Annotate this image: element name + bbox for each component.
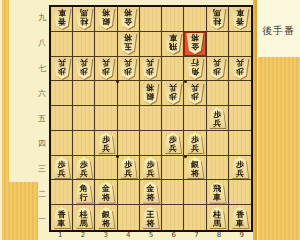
piece-face: 飛車 [164, 33, 182, 54]
board-cell-6-9[interactable] [162, 7, 184, 32]
file-label: 5 [140, 231, 163, 240]
piece-gote-ginsho[interactable]: 銀将 [97, 207, 115, 228]
board-cell-6-4[interactable]: 歩兵 [162, 131, 184, 156]
piece-gote-kinsho[interactable]: 金将 [97, 182, 115, 203]
hoshi-dot [116, 155, 119, 158]
board-cell-5-4[interactable] [140, 131, 162, 156]
rank-label: 二 [36, 182, 48, 207]
board-cell-7-7[interactable]: 角行 [184, 57, 206, 82]
rank-label: 三 [36, 156, 48, 181]
hoshi-dot [184, 80, 187, 83]
board-cell-8-6[interactable] [207, 81, 229, 106]
board-cell-7-4[interactable]: 歩兵 [184, 131, 206, 156]
board-cell-2-2[interactable]: 角行 [73, 180, 95, 205]
shogi-app: 後手番 九八七六五四三二一 123456789 香車桂馬銀将金将桂馬香車玉将飛車… [0, 0, 300, 240]
file-label: 1 [49, 231, 72, 240]
board-cell-9-4[interactable] [229, 131, 251, 156]
piece-face: 歩兵 [208, 58, 226, 79]
piece-sente-kinsho[interactable]: 金将 [119, 8, 137, 29]
file-label: 4 [117, 231, 140, 240]
board-cell-1-5[interactable] [51, 106, 73, 131]
board-cell-7-3[interactable]: 銀将 [184, 156, 206, 181]
piece-sente-fu[interactable]: 歩兵 [164, 83, 182, 104]
board-cell-4-2[interactable] [118, 180, 140, 205]
board-cell-6-3[interactable] [162, 156, 184, 181]
piece-face: 歩兵 [53, 157, 71, 178]
rank-label: 八 [36, 30, 48, 55]
piece-face: 桂馬 [208, 207, 226, 228]
rank-labels: 九八七六五四三二一 [36, 5, 48, 232]
file-label: 9 [230, 231, 253, 240]
piece-sente-hisha[interactable]: 飛車 [164, 33, 182, 54]
piece-sente-keima[interactable]: 桂馬 [208, 8, 226, 29]
board-cell-9-2[interactable] [229, 180, 251, 205]
piece-face: 桂馬 [208, 8, 226, 29]
board-cell-6-7[interactable] [162, 57, 184, 82]
rank-label: 九 [36, 5, 48, 30]
rank-label: 四 [36, 131, 48, 156]
hoshi-dot [184, 155, 187, 158]
board-cell-5-2[interactable]: 金将 [140, 180, 162, 205]
board-cell-2-6[interactable] [73, 81, 95, 106]
board-cell-5-8[interactable] [140, 32, 162, 57]
board-cell-4-6[interactable] [118, 81, 140, 106]
piece-face: 香車 [231, 8, 249, 29]
board-cell-7-6[interactable]: 歩兵 [184, 81, 206, 106]
board-cell-2-7[interactable]: 歩兵 [73, 57, 95, 82]
file-label: 6 [162, 231, 185, 240]
piece-face: 銀将 [97, 207, 115, 228]
piece-face: 金将 [97, 182, 115, 203]
board-cell-2-8[interactable] [73, 32, 95, 57]
board-cell-5-6[interactable]: 銀将 [140, 81, 162, 106]
piece-face: 歩兵 [231, 58, 249, 79]
rank-label: 七 [36, 55, 48, 80]
board-cell-6-2[interactable] [162, 180, 184, 205]
piece-face: 歩兵 [119, 58, 137, 79]
board-cell-4-3[interactable]: 歩兵 [118, 156, 140, 181]
board-cell-3-8[interactable] [95, 32, 117, 57]
piece-face: 金将 [186, 33, 204, 54]
board-cell-5-3[interactable]: 歩兵 [140, 156, 162, 181]
board-cell-8-1[interactable]: 桂馬 [207, 205, 229, 230]
piece-gote-kyosha[interactable]: 香車 [53, 207, 71, 228]
piece-face: 桂馬 [75, 207, 93, 228]
piece-sente-kyosha[interactable]: 香車 [53, 8, 71, 29]
piece-face: 香車 [231, 207, 249, 228]
piece-gote-kakugyo[interactable]: 角行 [75, 182, 93, 203]
shogi-board: 香車桂馬銀将金将桂馬香車玉将飛車金将歩兵歩兵歩兵歩兵歩兵角行歩兵歩兵銀将歩兵歩兵… [49, 5, 253, 232]
piece-sente-fu[interactable]: 歩兵 [231, 58, 249, 79]
piece-face: 歩兵 [97, 58, 115, 79]
board-cell-7-9[interactable] [184, 7, 206, 32]
turn-indicator: 後手番 [257, 24, 300, 38]
rank-label: 一 [36, 207, 48, 232]
board-cell-6-6[interactable]: 歩兵 [162, 81, 184, 106]
board-cell-4-5[interactable] [118, 106, 140, 131]
board-cell-5-5[interactable] [140, 106, 162, 131]
piece-face: 角行 [75, 182, 93, 203]
piece-gote-fu[interactable]: 歩兵 [208, 107, 226, 128]
board-cell-1-4[interactable] [51, 131, 73, 156]
board-cell-4-7[interactable]: 歩兵 [118, 57, 140, 82]
piece-sente-fu[interactable]: 歩兵 [53, 58, 71, 79]
board-cell-8-2[interactable]: 飛車 [207, 180, 229, 205]
board-cell-9-8[interactable] [229, 32, 251, 57]
board-cell-3-2[interactable]: 金将 [95, 180, 117, 205]
piece-face: 銀将 [141, 83, 159, 104]
board-cell-6-8[interactable]: 飛車 [162, 32, 184, 57]
piece-face: 飛車 [208, 182, 226, 203]
board-cell-1-1[interactable]: 香車 [51, 205, 73, 230]
piece-gote-fu[interactable]: 歩兵 [119, 157, 137, 178]
piece-face: 歩兵 [75, 157, 93, 178]
board-cell-3-5[interactable] [95, 106, 117, 131]
file-label: 7 [185, 231, 208, 240]
piece-face: 銀将 [97, 8, 115, 29]
piece-gote-fu[interactable]: 歩兵 [186, 132, 204, 153]
board-cell-8-5[interactable]: 歩兵 [207, 106, 229, 131]
piece-face: 桂馬 [75, 8, 93, 29]
board-cell-4-4[interactable] [118, 131, 140, 156]
piece-face: 歩兵 [75, 58, 93, 79]
piece-face: 銀将 [186, 157, 204, 178]
piece-sente-fu[interactable]: 歩兵 [119, 58, 137, 79]
board-cell-1-9[interactable]: 香車 [51, 7, 73, 32]
piece-sente-fu[interactable]: 歩兵 [75, 58, 93, 79]
piece-gote-ginsho[interactable]: 銀将 [186, 157, 204, 178]
board-cell-1-6[interactable] [51, 81, 73, 106]
piece-gote-fu[interactable]: 歩兵 [75, 157, 93, 178]
piece-face: 歩兵 [164, 132, 182, 153]
piece-gote-keima[interactable]: 桂馬 [208, 207, 226, 228]
board-cell-3-7[interactable]: 歩兵 [95, 57, 117, 82]
board-cell-4-8[interactable]: 玉将 [118, 32, 140, 57]
board-cell-2-5[interactable] [73, 106, 95, 131]
board-cell-4-1[interactable] [118, 205, 140, 230]
piece-sente-keima[interactable]: 桂馬 [75, 8, 93, 29]
piece-gote-fu[interactable]: 歩兵 [53, 157, 71, 178]
board-cell-8-8[interactable] [207, 32, 229, 57]
board-cell-7-2[interactable] [184, 180, 206, 205]
board-cell-3-1[interactable]: 銀将 [95, 205, 117, 230]
board-cell-7-1[interactable] [184, 205, 206, 230]
board-cell-5-9[interactable] [140, 7, 162, 32]
board-cell-2-1[interactable]: 桂馬 [73, 205, 95, 230]
piece-sente-fu[interactable]: 歩兵 [141, 58, 159, 79]
file-label: 3 [94, 231, 117, 240]
piece-gote-kyosha[interactable]: 香車 [231, 207, 249, 228]
piece-face: 歩兵 [208, 107, 226, 128]
hoshi-dot [116, 80, 119, 83]
piece-face: 歩兵 [141, 58, 159, 79]
board-cell-9-1[interactable]: 香車 [229, 205, 251, 230]
piece-sente-kakugyo[interactable]: 角行 [186, 58, 204, 79]
piece-face: 歩兵 [186, 132, 204, 153]
piece-gote-fu[interactable]: 歩兵 [97, 132, 115, 153]
board-cell-8-3[interactable] [207, 156, 229, 181]
piece-gote-fu[interactable]: 歩兵 [141, 157, 159, 178]
piece-face: 歩兵 [164, 83, 182, 104]
piece-gote-kinsho[interactable]: 金将 [141, 182, 159, 203]
board-cell-8-9[interactable]: 桂馬 [207, 7, 229, 32]
board-cell-9-5[interactable] [229, 106, 251, 131]
board-cell-3-4[interactable]: 歩兵 [95, 131, 117, 156]
piece-sente-gyokusho[interactable]: 玉将 [119, 33, 137, 54]
piece-face: 玉将 [119, 33, 137, 54]
piece-sente-ginsho[interactable]: 銀将 [141, 83, 159, 104]
board-cell-2-9[interactable]: 桂馬 [73, 7, 95, 32]
board-cell-9-9[interactable]: 香車 [229, 7, 251, 32]
piece-face: 歩兵 [231, 157, 249, 178]
piece-gote-hisha[interactable]: 飛車 [208, 182, 226, 203]
board-cell-1-3[interactable]: 歩兵 [51, 156, 73, 181]
board-cell-6-1[interactable] [162, 205, 184, 230]
board-cell-7-8[interactable]: 金将 [184, 32, 206, 57]
board-cell-8-4[interactable] [207, 131, 229, 156]
board-cell-5-1[interactable]: 王将 [140, 205, 162, 230]
piece-face: 香車 [53, 8, 71, 29]
board-cell-3-3[interactable] [95, 156, 117, 181]
board-cell-9-7[interactable]: 歩兵 [229, 57, 251, 82]
board-cell-1-7[interactable]: 歩兵 [51, 57, 73, 82]
piece-sente-fu[interactable]: 歩兵 [186, 83, 204, 104]
piece-face: 王将 [141, 207, 159, 228]
piece-face: 歩兵 [53, 58, 71, 79]
board-cell-1-8[interactable] [51, 32, 73, 57]
piece-gote-fu[interactable]: 歩兵 [231, 157, 249, 178]
piece-gote-keima[interactable]: 桂馬 [75, 207, 93, 228]
piece-face: 歩兵 [119, 157, 137, 178]
piece-sente-fu[interactable]: 歩兵 [208, 58, 226, 79]
rank-label: 六 [36, 81, 48, 106]
board-cell-1-2[interactable] [51, 180, 73, 205]
piece-sente-kyosha[interactable]: 香車 [231, 8, 249, 29]
file-labels: 123456789 [49, 231, 253, 240]
board-cell-3-6[interactable] [95, 81, 117, 106]
piece-gote-osho[interactable]: 王将 [141, 207, 159, 228]
board-cell-3-9[interactable]: 銀将 [95, 7, 117, 32]
board-cell-6-5[interactable] [162, 106, 184, 131]
piece-face: 歩兵 [186, 83, 204, 104]
piece-face: 金将 [141, 182, 159, 203]
file-label: 2 [72, 231, 95, 240]
board-cell-9-3[interactable]: 歩兵 [229, 156, 251, 181]
piece-sente-kinsho[interactable]: 金将 [186, 33, 204, 54]
piece-face: 角行 [186, 58, 204, 79]
background-block-bottom-left [2, 182, 38, 240]
rank-label: 五 [36, 106, 48, 131]
board-cell-8-7[interactable]: 歩兵 [207, 57, 229, 82]
board-cell-9-6[interactable] [229, 81, 251, 106]
board-cell-4-9[interactable]: 金将 [118, 7, 140, 32]
piece-sente-ginsho[interactable]: 銀将 [97, 8, 115, 29]
board-cell-5-7[interactable]: 歩兵 [140, 57, 162, 82]
piece-face: 歩兵 [97, 132, 115, 153]
piece-sente-fu[interactable]: 歩兵 [97, 58, 115, 79]
board-cell-2-4[interactable] [73, 131, 95, 156]
board-cell-2-3[interactable]: 歩兵 [73, 156, 95, 181]
piece-face: 香車 [53, 207, 71, 228]
piece-face: 歩兵 [141, 157, 159, 178]
piece-face: 金将 [119, 8, 137, 29]
piece-gote-fu[interactable]: 歩兵 [164, 132, 182, 153]
background-block-bottom-right [258, 57, 300, 240]
file-label: 8 [208, 231, 231, 240]
board-cell-7-5[interactable] [184, 106, 206, 131]
